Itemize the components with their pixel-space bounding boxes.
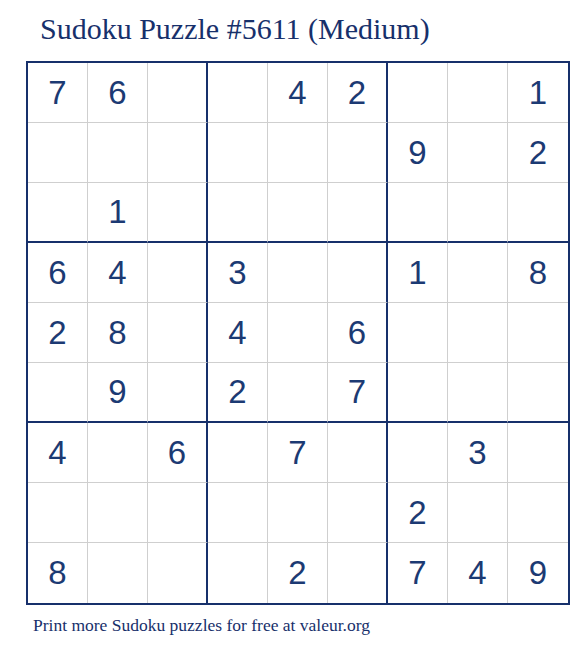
cell-r5c8-empty	[448, 303, 508, 363]
cell-r8c1-empty	[28, 483, 88, 543]
cell-r7c3-given: 6	[148, 423, 208, 483]
cell-r5c4-given: 4	[208, 303, 268, 363]
cell-r7c1-given: 4	[28, 423, 88, 483]
footer-text: Print more Sudoku puzzles for free at va…	[33, 613, 370, 637]
cell-r7c9-empty	[508, 423, 568, 483]
cell-r3c6-empty	[328, 183, 388, 243]
cell-r5c9-empty	[508, 303, 568, 363]
cell-r5c2-given: 8	[88, 303, 148, 363]
cell-r1c5-given: 4	[268, 63, 328, 123]
cell-r4c9-given: 8	[508, 243, 568, 303]
cell-r9c3-empty	[148, 543, 208, 603]
cell-r3c3-empty	[148, 183, 208, 243]
cell-r1c9-given: 1	[508, 63, 568, 123]
cell-r6c1-empty	[28, 363, 88, 423]
cell-r9c1-given: 8	[28, 543, 88, 603]
cell-r9c5-given: 2	[268, 543, 328, 603]
cell-r6c3-empty	[148, 363, 208, 423]
cell-r2c7-given: 9	[388, 123, 448, 183]
cell-r7c4-empty	[208, 423, 268, 483]
cell-r2c1-empty	[28, 123, 88, 183]
cell-r8c7-given: 2	[388, 483, 448, 543]
cell-r3c8-empty	[448, 183, 508, 243]
cell-r1c6-given: 2	[328, 63, 388, 123]
cell-r6c9-empty	[508, 363, 568, 423]
cell-r2c3-empty	[148, 123, 208, 183]
sudoku-board: 764219216431828469274673282749	[26, 61, 570, 605]
cell-r7c2-empty	[88, 423, 148, 483]
cell-r1c4-empty	[208, 63, 268, 123]
cell-r7c7-empty	[388, 423, 448, 483]
cell-r5c3-empty	[148, 303, 208, 363]
cell-r2c2-empty	[88, 123, 148, 183]
cell-r9c9-given: 9	[508, 543, 568, 603]
cell-r9c7-given: 7	[388, 543, 448, 603]
cell-r4c8-empty	[448, 243, 508, 303]
cell-r2c6-empty	[328, 123, 388, 183]
cell-r9c2-empty	[88, 543, 148, 603]
cell-r7c8-given: 3	[448, 423, 508, 483]
cell-r6c8-empty	[448, 363, 508, 423]
cell-r6c4-given: 2	[208, 363, 268, 423]
page-title: Sudoku Puzzle #5611 (Medium)	[40, 11, 430, 47]
cell-r1c3-empty	[148, 63, 208, 123]
cell-r8c2-empty	[88, 483, 148, 543]
cell-r3c7-empty	[388, 183, 448, 243]
cell-r2c5-empty	[268, 123, 328, 183]
cell-r3c1-empty	[28, 183, 88, 243]
cell-r1c1-given: 7	[28, 63, 88, 123]
cell-r9c4-empty	[208, 543, 268, 603]
cell-r4c2-given: 4	[88, 243, 148, 303]
cell-r3c5-empty	[268, 183, 328, 243]
cell-r8c8-empty	[448, 483, 508, 543]
cell-r2c4-empty	[208, 123, 268, 183]
cell-r6c2-given: 9	[88, 363, 148, 423]
cell-r8c5-empty	[268, 483, 328, 543]
cell-r8c9-empty	[508, 483, 568, 543]
cell-r4c6-empty	[328, 243, 388, 303]
cell-r6c7-empty	[388, 363, 448, 423]
cell-r9c8-given: 4	[448, 543, 508, 603]
cell-r8c6-empty	[328, 483, 388, 543]
cell-r1c8-empty	[448, 63, 508, 123]
cell-r2c9-given: 2	[508, 123, 568, 183]
cell-r6c5-empty	[268, 363, 328, 423]
cell-r1c7-empty	[388, 63, 448, 123]
cell-r3c4-empty	[208, 183, 268, 243]
cell-r5c6-given: 6	[328, 303, 388, 363]
cell-r8c3-empty	[148, 483, 208, 543]
cell-r7c5-given: 7	[268, 423, 328, 483]
cell-r6c6-given: 7	[328, 363, 388, 423]
cell-r4c3-empty	[148, 243, 208, 303]
cell-r9c6-empty	[328, 543, 388, 603]
cell-r4c7-given: 1	[388, 243, 448, 303]
cell-r4c5-empty	[268, 243, 328, 303]
cell-r5c5-empty	[268, 303, 328, 363]
cell-r3c2-given: 1	[88, 183, 148, 243]
cell-r4c4-given: 3	[208, 243, 268, 303]
cell-r8c4-empty	[208, 483, 268, 543]
cell-r1c2-given: 6	[88, 63, 148, 123]
cell-r7c6-empty	[328, 423, 388, 483]
cell-r3c9-empty	[508, 183, 568, 243]
cell-r4c1-given: 6	[28, 243, 88, 303]
cell-r2c8-empty	[448, 123, 508, 183]
cell-r5c1-given: 2	[28, 303, 88, 363]
cell-r5c7-empty	[388, 303, 448, 363]
